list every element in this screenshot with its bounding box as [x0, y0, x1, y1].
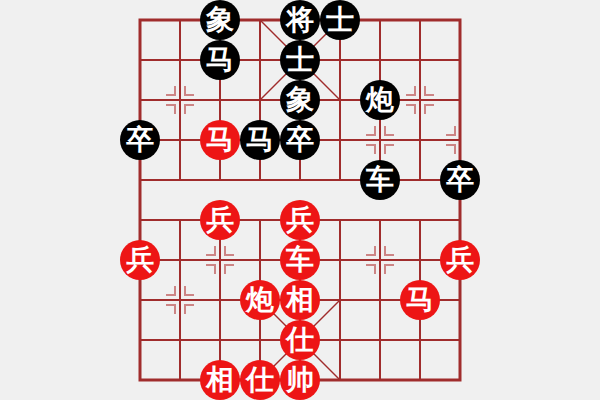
red-soldier-glyph: 兵 — [120, 240, 160, 280]
red-soldier-glyph: 兵 — [440, 240, 480, 280]
black-elephant[interactable]: 象 — [200, 0, 240, 40]
red-cannon[interactable]: 炮 — [240, 280, 280, 320]
black-cannon-glyph: 炮 — [360, 80, 400, 120]
red-elephant[interactable]: 相 — [280, 280, 320, 320]
black-elephant-glyph: 象 — [200, 0, 240, 40]
black-chariot-glyph: 车 — [360, 160, 400, 200]
red-elephant-glyph: 相 — [200, 360, 240, 400]
xiangqi-board-grid[interactable]: 象将士马士象炮卒马马卒车卒兵兵兵车兵炮相马仕相仕帅 — [120, 0, 480, 400]
black-elephant[interactable]: 象 — [280, 80, 320, 120]
red-advisor[interactable]: 仕 — [240, 360, 280, 400]
black-chariot[interactable]: 车 — [360, 160, 400, 200]
red-advisor-glyph: 仕 — [240, 360, 280, 400]
black-horse-glyph: 马 — [200, 40, 240, 80]
red-soldier[interactable]: 兵 — [440, 240, 480, 280]
red-soldier[interactable]: 兵 — [280, 200, 320, 240]
red-soldier[interactable]: 兵 — [120, 240, 160, 280]
black-horse[interactable]: 马 — [240, 120, 280, 160]
black-advisor[interactable]: 士 — [320, 0, 360, 40]
black-general[interactable]: 将 — [280, 0, 320, 40]
black-advisor-glyph: 士 — [280, 40, 320, 80]
red-horse[interactable]: 马 — [400, 280, 440, 320]
red-soldier-glyph: 兵 — [200, 200, 240, 240]
black-advisor[interactable]: 士 — [280, 40, 320, 80]
xiangqi-app: 象将士马士象炮卒马马卒车卒兵兵兵车兵炮相马仕相仕帅 — [0, 0, 600, 400]
red-elephant[interactable]: 相 — [200, 360, 240, 400]
black-general-glyph: 将 — [280, 0, 320, 40]
red-horse-glyph: 马 — [200, 120, 240, 160]
black-soldier-glyph: 卒 — [440, 160, 480, 200]
red-advisor[interactable]: 仕 — [280, 320, 320, 360]
red-soldier-glyph: 兵 — [280, 200, 320, 240]
black-soldier[interactable]: 卒 — [280, 120, 320, 160]
red-horse-glyph: 马 — [400, 280, 440, 320]
black-horse[interactable]: 马 — [200, 40, 240, 80]
black-soldier[interactable]: 卒 — [120, 120, 160, 160]
black-horse-glyph: 马 — [240, 120, 280, 160]
red-cannon-glyph: 炮 — [240, 280, 280, 320]
black-advisor-glyph: 士 — [320, 0, 360, 40]
black-cannon[interactable]: 炮 — [360, 80, 400, 120]
red-horse[interactable]: 马 — [200, 120, 240, 160]
red-advisor-glyph: 仕 — [280, 320, 320, 360]
red-elephant-glyph: 相 — [280, 280, 320, 320]
red-chariot[interactable]: 车 — [280, 240, 320, 280]
black-elephant-glyph: 象 — [280, 80, 320, 120]
black-soldier[interactable]: 卒 — [440, 160, 480, 200]
black-soldier-glyph: 卒 — [280, 120, 320, 160]
black-soldier-glyph: 卒 — [120, 120, 160, 160]
red-chariot-glyph: 车 — [280, 240, 320, 280]
red-soldier[interactable]: 兵 — [200, 200, 240, 240]
red-general[interactable]: 帅 — [280, 360, 320, 400]
red-general-glyph: 帅 — [280, 360, 320, 400]
